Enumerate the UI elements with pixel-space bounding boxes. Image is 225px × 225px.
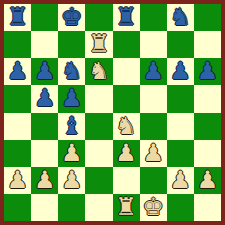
white-knight-d6: ♞ (88, 58, 110, 85)
square-f2[interactable] (140, 167, 167, 194)
square-g8[interactable]: ♞ (167, 4, 194, 31)
square-a8[interactable]: ♜ (4, 4, 31, 31)
square-a7[interactable] (4, 31, 31, 58)
black-pawn-f6: ♟ (142, 58, 164, 85)
white-pawn-c2: ♟ (61, 167, 83, 194)
square-e7[interactable] (113, 31, 140, 58)
square-b8[interactable] (31, 4, 58, 31)
white-pawn-f3: ♟ (142, 140, 164, 167)
black-pawn-b6: ♟ (34, 58, 56, 85)
square-e4[interactable]: ♞ (113, 113, 140, 140)
square-f4[interactable] (140, 113, 167, 140)
square-c3[interactable]: ♟ (58, 140, 85, 167)
square-g6[interactable]: ♟ (167, 58, 194, 85)
square-d1[interactable] (85, 194, 112, 221)
black-pawn-g6: ♟ (170, 58, 192, 85)
square-a2[interactable]: ♟ (4, 167, 31, 194)
square-e6[interactable] (113, 58, 140, 85)
square-f7[interactable] (140, 31, 167, 58)
square-e2[interactable] (113, 167, 140, 194)
square-f5[interactable] (140, 85, 167, 112)
square-b1[interactable] (31, 194, 58, 221)
chess-board: ♜♚♜♞♜♟♟♞♞♟♟♟♟♟♝♞♟♟♟♟♟♟♟♟♜♚ (4, 4, 221, 221)
square-e1[interactable]: ♜ (113, 194, 140, 221)
black-bishop-c4: ♝ (61, 113, 83, 140)
square-h3[interactable] (194, 140, 221, 167)
square-a4[interactable] (4, 113, 31, 140)
square-h2[interactable]: ♟ (194, 167, 221, 194)
square-c2[interactable]: ♟ (58, 167, 85, 194)
white-pawn-c3: ♟ (61, 140, 83, 167)
square-c8[interactable]: ♚ (58, 4, 85, 31)
white-pawn-b2: ♟ (34, 167, 56, 194)
black-knight-c6: ♞ (61, 58, 83, 85)
square-g3[interactable] (167, 140, 194, 167)
square-a3[interactable] (4, 140, 31, 167)
square-d8[interactable] (85, 4, 112, 31)
square-c7[interactable] (58, 31, 85, 58)
square-h4[interactable] (194, 113, 221, 140)
square-d7[interactable]: ♜ (85, 31, 112, 58)
black-knight-g8: ♞ (170, 4, 192, 31)
square-h5[interactable] (194, 85, 221, 112)
square-b3[interactable] (31, 140, 58, 167)
black-rook-a8: ♜ (7, 4, 29, 31)
white-king-f1: ♚ (142, 194, 164, 221)
square-a5[interactable] (4, 85, 31, 112)
square-g5[interactable] (167, 85, 194, 112)
square-b4[interactable] (31, 113, 58, 140)
square-d4[interactable] (85, 113, 112, 140)
black-pawn-h6: ♟ (197, 58, 219, 85)
square-a1[interactable] (4, 194, 31, 221)
square-b6[interactable]: ♟ (31, 58, 58, 85)
square-d5[interactable] (85, 85, 112, 112)
square-f6[interactable]: ♟ (140, 58, 167, 85)
square-d6[interactable]: ♞ (85, 58, 112, 85)
board-border: ♜♚♜♞♜♟♟♞♞♟♟♟♟♟♝♞♟♟♟♟♟♟♟♟♜♚ (0, 0, 225, 225)
white-knight-e4: ♞ (115, 113, 137, 140)
white-rook-d7: ♜ (88, 31, 110, 58)
square-b2[interactable]: ♟ (31, 167, 58, 194)
square-h8[interactable] (194, 4, 221, 31)
black-pawn-a6: ♟ (7, 58, 29, 85)
square-c5[interactable]: ♟ (58, 85, 85, 112)
black-king-c8: ♚ (61, 4, 83, 31)
square-e3[interactable]: ♟ (113, 140, 140, 167)
square-g7[interactable] (167, 31, 194, 58)
black-pawn-c5: ♟ (61, 85, 83, 112)
square-g4[interactable] (167, 113, 194, 140)
square-g1[interactable] (167, 194, 194, 221)
square-d3[interactable] (85, 140, 112, 167)
square-d2[interactable] (85, 167, 112, 194)
white-pawn-a2: ♟ (7, 167, 29, 194)
white-pawn-h2: ♟ (197, 167, 219, 194)
square-h6[interactable]: ♟ (194, 58, 221, 85)
square-c4[interactable]: ♝ (58, 113, 85, 140)
square-e8[interactable]: ♜ (113, 4, 140, 31)
square-a6[interactable]: ♟ (4, 58, 31, 85)
white-pawn-g2: ♟ (170, 167, 192, 194)
square-h1[interactable] (194, 194, 221, 221)
square-b7[interactable] (31, 31, 58, 58)
square-b5[interactable]: ♟ (31, 85, 58, 112)
square-c6[interactable]: ♞ (58, 58, 85, 85)
square-f8[interactable] (140, 4, 167, 31)
square-g2[interactable]: ♟ (167, 167, 194, 194)
white-rook-e1: ♜ (115, 194, 137, 221)
square-c1[interactable] (58, 194, 85, 221)
square-f1[interactable]: ♚ (140, 194, 167, 221)
black-pawn-b5: ♟ (34, 85, 56, 112)
square-e5[interactable] (113, 85, 140, 112)
square-f3[interactable]: ♟ (140, 140, 167, 167)
black-rook-e8: ♜ (115, 4, 137, 31)
white-pawn-e3: ♟ (115, 140, 137, 167)
chess-board-screenshot: ♜♚♜♞♜♟♟♞♞♟♟♟♟♟♝♞♟♟♟♟♟♟♟♟♜♚ (0, 0, 225, 225)
square-h7[interactable] (194, 31, 221, 58)
